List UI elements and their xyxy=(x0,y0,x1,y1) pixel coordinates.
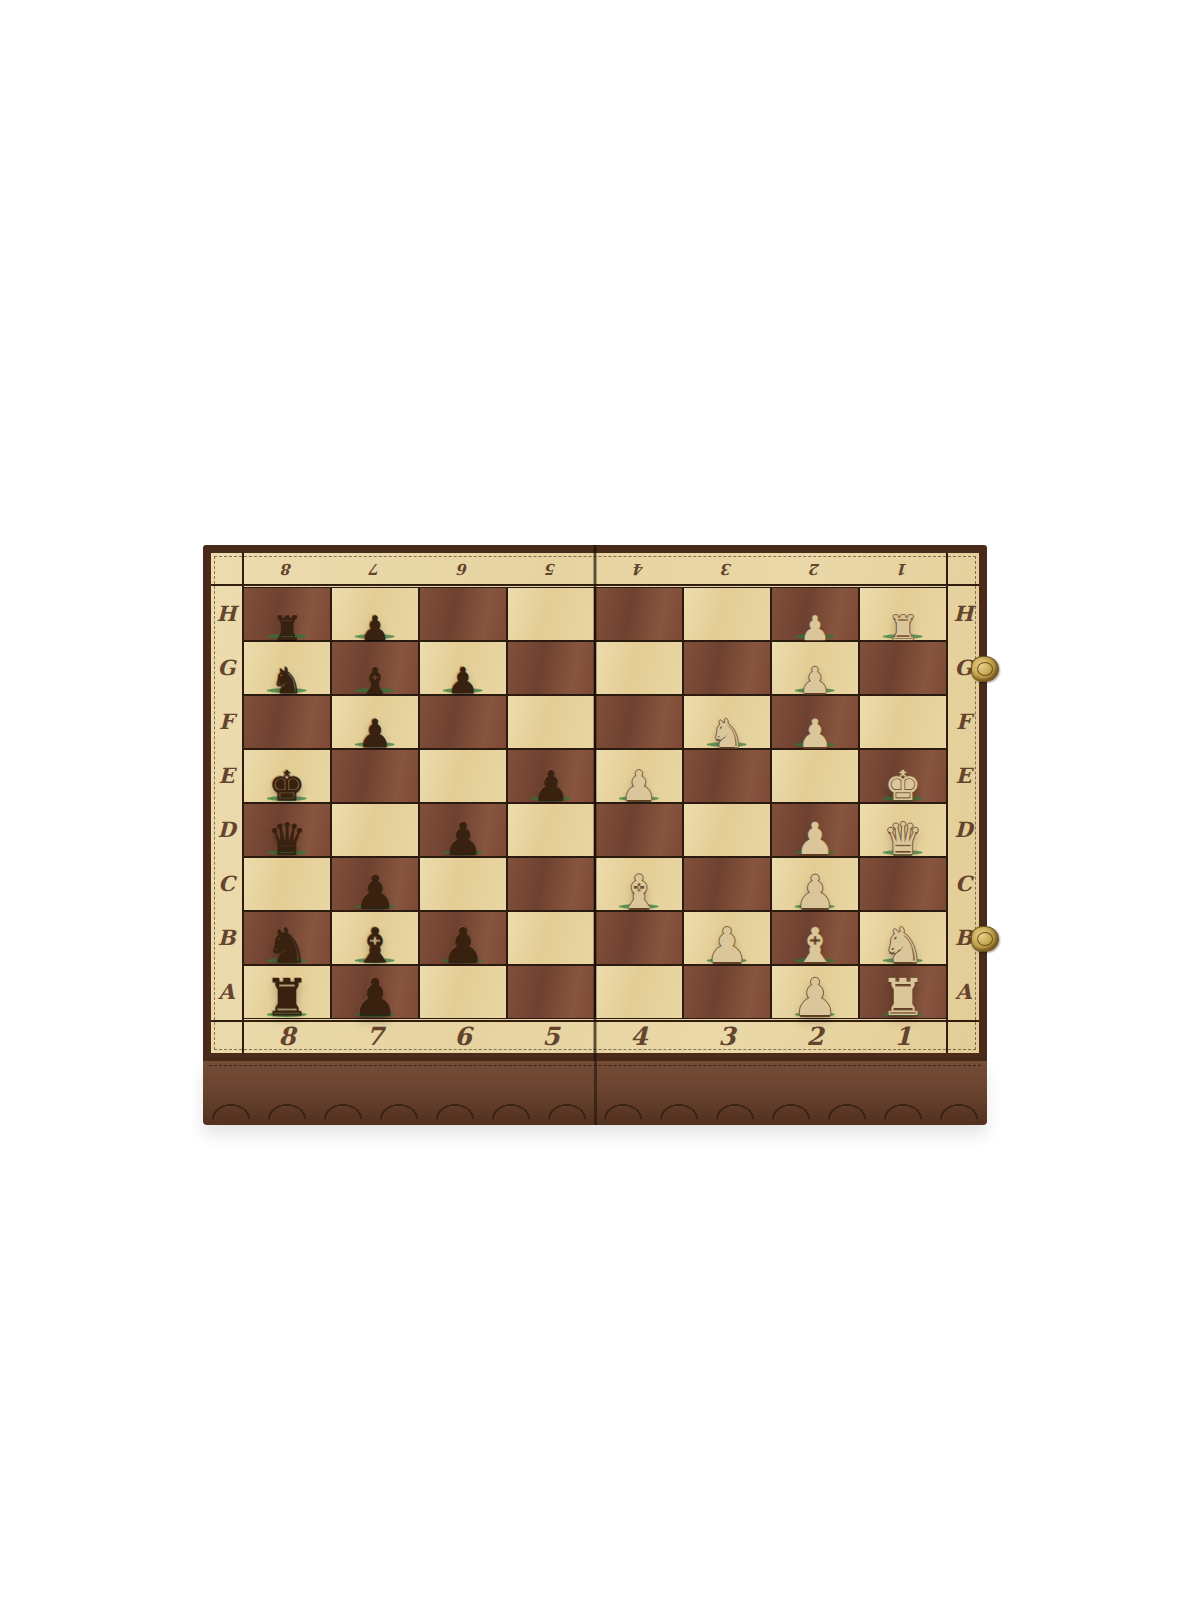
square-b5 xyxy=(507,911,595,965)
square-c7: ♟ xyxy=(331,857,419,911)
square-a7: ♟ xyxy=(331,965,419,1019)
square-g8: ♞ xyxy=(243,641,331,695)
felt-base xyxy=(795,742,835,747)
black-p-glyph: ♟ xyxy=(352,972,398,1023)
square-c5 xyxy=(507,857,595,911)
felt-base xyxy=(883,634,923,639)
square-a3 xyxy=(683,965,771,1019)
felt-base xyxy=(883,958,923,963)
brass-clasp-icon xyxy=(971,656,999,682)
felt-base xyxy=(355,634,395,639)
square-b1: ♞ xyxy=(859,911,947,965)
white-q-glyph: ♛ xyxy=(883,817,922,861)
felt-base xyxy=(619,796,659,801)
square-f2: ♟ xyxy=(771,695,859,749)
black-n-glyph: ♞ xyxy=(265,921,308,969)
square-g4 xyxy=(595,641,683,695)
square-f8 xyxy=(243,695,331,749)
black-p-glyph: ♟ xyxy=(443,817,482,861)
black-p-glyph: ♟ xyxy=(358,714,393,753)
felt-base xyxy=(531,796,571,801)
square-f1 xyxy=(859,695,947,749)
square-h4 xyxy=(595,587,683,641)
square-g2: ♟ xyxy=(771,641,859,695)
product-photo-scene: 8877665544332211HHGGFFEEDDCCBBAA ♜♟♟♜♞♝♟… xyxy=(0,0,1200,1600)
square-e2 xyxy=(771,749,859,803)
white-p-glyph: ♟ xyxy=(794,869,835,915)
black-r-glyph: ♜ xyxy=(264,972,310,1023)
white-p-glyph: ♟ xyxy=(798,714,833,753)
square-d2: ♟ xyxy=(771,803,859,857)
felt-base xyxy=(355,688,395,693)
square-h1: ♜ xyxy=(859,587,947,641)
felt-base xyxy=(707,742,747,747)
felt-base xyxy=(443,850,483,855)
board-face: 8877665544332211HHGGFFEEDDCCBBAA ♜♟♟♜♞♝♟… xyxy=(203,545,987,1061)
fold-hinge-line xyxy=(593,545,597,1061)
square-f6 xyxy=(419,695,507,749)
black-r-glyph: ♜ xyxy=(272,611,302,645)
felt-base xyxy=(443,958,483,963)
brass-clasp-icon xyxy=(971,926,999,952)
square-b8: ♞ xyxy=(243,911,331,965)
square-c3 xyxy=(683,857,771,911)
square-b6: ♟ xyxy=(419,911,507,965)
square-e1: ♚ xyxy=(859,749,947,803)
black-p-glyph: ♟ xyxy=(533,766,570,807)
square-d3 xyxy=(683,803,771,857)
square-b4 xyxy=(595,911,683,965)
felt-base xyxy=(795,850,835,855)
square-b7: ♝ xyxy=(331,911,419,965)
board-side-face xyxy=(203,1061,987,1125)
square-h7: ♟ xyxy=(331,587,419,641)
white-b-glyph: ♝ xyxy=(793,921,836,969)
white-r-glyph: ♜ xyxy=(880,972,926,1023)
black-p-glyph: ♟ xyxy=(360,611,390,645)
felt-base xyxy=(619,904,659,909)
white-k-glyph: ♚ xyxy=(885,766,922,807)
felt-base xyxy=(267,796,307,801)
square-f3: ♞ xyxy=(683,695,771,749)
square-h6 xyxy=(419,587,507,641)
square-h5 xyxy=(507,587,595,641)
white-p-glyph: ♟ xyxy=(705,921,748,969)
white-p-glyph: ♟ xyxy=(621,766,658,807)
square-e6 xyxy=(419,749,507,803)
felt-base xyxy=(355,742,395,747)
square-f5 xyxy=(507,695,595,749)
black-p-glyph: ♟ xyxy=(354,869,395,915)
felt-base xyxy=(795,1012,835,1017)
square-g1 xyxy=(859,641,947,695)
square-g5 xyxy=(507,641,595,695)
white-p-glyph: ♟ xyxy=(795,817,834,861)
black-p-glyph: ♟ xyxy=(447,663,479,699)
square-g3 xyxy=(683,641,771,695)
black-n-glyph: ♞ xyxy=(271,663,303,699)
felt-base xyxy=(795,634,835,639)
square-a1: ♜ xyxy=(859,965,947,1019)
felt-base xyxy=(707,958,747,963)
square-h3 xyxy=(683,587,771,641)
square-a4 xyxy=(595,965,683,1019)
white-n-glyph: ♞ xyxy=(710,714,745,753)
square-c2: ♟ xyxy=(771,857,859,911)
felt-base xyxy=(795,688,835,693)
felt-base xyxy=(267,634,307,639)
square-d4 xyxy=(595,803,683,857)
black-k-glyph: ♚ xyxy=(269,766,306,807)
square-b2: ♝ xyxy=(771,911,859,965)
felt-base xyxy=(267,1012,307,1017)
square-c8 xyxy=(243,857,331,911)
square-f7: ♟ xyxy=(331,695,419,749)
black-q-glyph: ♛ xyxy=(267,817,306,861)
square-e8: ♚ xyxy=(243,749,331,803)
felt-base xyxy=(355,1012,395,1017)
square-a8: ♜ xyxy=(243,965,331,1019)
square-c4: ♝ xyxy=(595,857,683,911)
felt-base xyxy=(795,958,835,963)
square-c6 xyxy=(419,857,507,911)
black-b-glyph: ♝ xyxy=(353,921,396,969)
white-p-glyph: ♟ xyxy=(800,611,830,645)
fold-hinge-line xyxy=(594,1061,597,1125)
felt-base xyxy=(267,850,307,855)
felt-base xyxy=(443,688,483,693)
felt-base xyxy=(883,1012,923,1017)
square-g6: ♟ xyxy=(419,641,507,695)
felt-base xyxy=(883,850,923,855)
white-r-glyph: ♜ xyxy=(888,611,918,645)
felt-base xyxy=(355,904,395,909)
chess-board: 8877665544332211HHGGFFEEDDCCBBAA ♜♟♟♜♞♝♟… xyxy=(203,545,987,1125)
white-p-glyph: ♟ xyxy=(799,663,831,699)
square-a5 xyxy=(507,965,595,1019)
white-p-glyph: ♟ xyxy=(792,972,838,1023)
black-p-glyph: ♟ xyxy=(441,921,484,969)
felt-base xyxy=(267,688,307,693)
square-a6 xyxy=(419,965,507,1019)
felt-base xyxy=(795,904,835,909)
square-h8: ♜ xyxy=(243,587,331,641)
square-d5 xyxy=(507,803,595,857)
square-e3 xyxy=(683,749,771,803)
square-d1: ♛ xyxy=(859,803,947,857)
square-f4 xyxy=(595,695,683,749)
square-g7: ♝ xyxy=(331,641,419,695)
felt-base xyxy=(883,796,923,801)
white-n-glyph: ♞ xyxy=(881,921,924,969)
square-a2: ♟ xyxy=(771,965,859,1019)
square-d6: ♟ xyxy=(419,803,507,857)
square-e4: ♟ xyxy=(595,749,683,803)
white-b-glyph: ♝ xyxy=(618,869,659,915)
square-d8: ♛ xyxy=(243,803,331,857)
square-d7 xyxy=(331,803,419,857)
square-b3: ♟ xyxy=(683,911,771,965)
square-e5: ♟ xyxy=(507,749,595,803)
square-h2: ♟ xyxy=(771,587,859,641)
square-e7 xyxy=(331,749,419,803)
black-b-glyph: ♝ xyxy=(359,663,391,699)
felt-base xyxy=(267,958,307,963)
square-c1 xyxy=(859,857,947,911)
felt-base xyxy=(355,958,395,963)
